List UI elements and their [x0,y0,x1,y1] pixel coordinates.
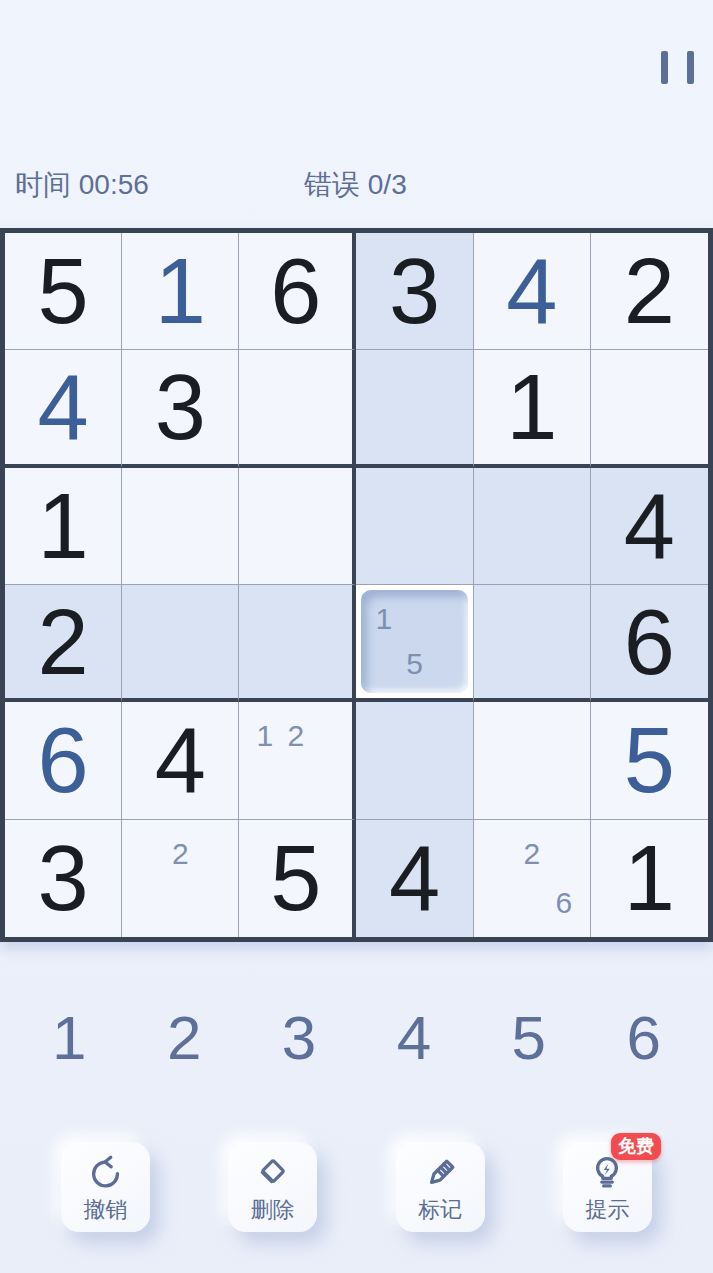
note-digit: 1 [368,597,399,642]
pencil-icon [419,1153,461,1195]
note-digit: 2 [280,712,311,760]
cell-r6c4[interactable]: 4 [356,820,473,937]
given-digit: 1 [506,361,557,453]
notes-button[interactable]: 标记 [396,1142,485,1232]
cell-r2c2[interactable]: 3 [122,350,239,467]
pencil-notes: 2 [132,830,228,927]
undo-button[interactable]: 撤销 [61,1142,150,1232]
cell-r2c5[interactable]: 1 [474,350,591,467]
selected-cell-highlight: 15 [361,590,467,693]
note-digit: 5 [399,642,430,687]
pause-icon [661,51,668,84]
pencil-notes: 12 [249,712,342,808]
cell-r1c4[interactable]: 3 [356,233,473,350]
sudoku-board: 516342431142156641253254261 [0,228,713,942]
cell-r1c5[interactable]: 4 [474,233,591,350]
user-digit: 5 [624,714,675,806]
note-digit: 6 [548,878,580,927]
cell-r5c1[interactable]: 6 [5,702,122,819]
eraser-icon [252,1153,294,1195]
cell-r5c4[interactable] [356,702,473,819]
status-line: 时间 00:56 错误 0/3 [0,170,713,200]
cell-r6c6[interactable]: 1 [591,820,708,937]
numpad-key-4[interactable]: 4 [397,1007,431,1069]
number-pad: 123456 [0,1002,713,1074]
cell-r2c4[interactable] [356,350,473,467]
given-digit: 4 [624,480,675,572]
numpad-key-1[interactable]: 1 [52,1007,86,1069]
user-digit: 4 [37,361,88,453]
numpad-key-5[interactable]: 5 [512,1007,546,1069]
undo-icon [85,1153,127,1195]
given-digit: 3 [389,245,440,337]
mistakes-text: 错误 0/3 [304,170,407,200]
pause-icon [687,51,694,84]
numpad-key-6[interactable]: 6 [626,1007,660,1069]
note-digit: 2 [164,830,196,879]
given-digit: 4 [155,714,206,806]
cell-r3c3[interactable] [239,468,356,585]
cell-r3c2[interactable] [122,468,239,585]
cell-r5c2[interactable]: 4 [122,702,239,819]
cell-r6c3[interactable]: 5 [239,820,356,937]
cell-r4c6[interactable]: 6 [591,585,708,702]
given-digit: 5 [270,832,321,924]
given-digit: 6 [624,596,675,688]
cell-r5c6[interactable]: 5 [591,702,708,819]
cell-r2c1[interactable]: 4 [5,350,122,467]
free-badge: 免费 [611,1133,661,1160]
given-digit: 5 [37,245,88,337]
undo-label: 撤销 [84,1199,128,1221]
given-digit: 4 [389,832,440,924]
cell-r3c5[interactable] [474,468,591,585]
cell-r6c2[interactable]: 2 [122,820,239,937]
cell-r6c1[interactable]: 3 [5,820,122,937]
timer-text: 时间 00:56 [15,170,149,200]
given-digit: 3 [155,361,206,453]
cell-r5c3[interactable]: 12 [239,702,356,819]
cell-r1c6[interactable]: 2 [591,233,708,350]
cell-r1c2[interactable]: 1 [122,233,239,350]
erase-button[interactable]: 删除 [228,1142,317,1232]
given-digit: 2 [37,596,88,688]
pencil-notes: 26 [484,830,580,927]
given-digit: 3 [37,832,88,924]
hint-button[interactable]: 免费 提示 [563,1142,652,1232]
cell-r6c5[interactable]: 26 [474,820,591,937]
cell-r5c5[interactable] [474,702,591,819]
toolbar: 撤销 删除 标记 免费 [0,1142,713,1232]
given-digit: 1 [37,480,88,572]
note-digit: 2 [516,830,548,879]
cell-r3c4[interactable] [356,468,473,585]
cell-r4c2[interactable] [122,585,239,702]
erase-label: 删除 [251,1199,295,1221]
sudoku-app-screen: 时间 00:56 错误 0/3 516342431142156641253254… [0,0,713,1273]
notes-label: 标记 [418,1199,462,1221]
cell-r4c1[interactable]: 2 [5,585,122,702]
cell-r2c3[interactable] [239,350,356,467]
note-digit: 1 [249,712,280,760]
cell-r4c4[interactable]: 15 [356,585,473,702]
user-digit: 6 [37,714,88,806]
numpad-key-3[interactable]: 3 [282,1007,316,1069]
cell-r4c5[interactable] [474,585,591,702]
cell-r3c6[interactable]: 4 [591,468,708,585]
cell-r4c3[interactable] [239,585,356,702]
given-digit: 2 [624,245,675,337]
given-digit: 6 [270,245,321,337]
cell-r1c1[interactable]: 5 [5,233,122,350]
hint-label: 提示 [585,1199,629,1221]
numpad-key-2[interactable]: 2 [167,1007,201,1069]
pause-button[interactable] [661,51,694,84]
user-digit: 1 [155,245,206,337]
cell-r3c1[interactable]: 1 [5,468,122,585]
cell-r2c6[interactable] [591,350,708,467]
given-digit: 1 [624,832,675,924]
pencil-notes: 15 [368,597,460,686]
cell-r1c3[interactable]: 6 [239,233,356,350]
user-digit: 4 [506,245,557,337]
